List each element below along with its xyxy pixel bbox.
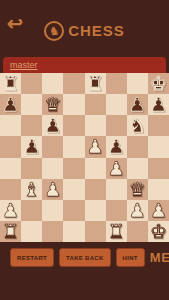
square-c5[interactable] bbox=[42, 136, 63, 157]
square-b4[interactable] bbox=[21, 158, 42, 179]
opponent-bar: master bbox=[3, 57, 166, 73]
piece-wP-e5[interactable]: ♟ bbox=[85, 136, 106, 157]
square-g5[interactable] bbox=[127, 136, 148, 157]
square-f5[interactable]: ♟ bbox=[106, 136, 127, 157]
square-e2[interactable] bbox=[85, 200, 106, 221]
square-a5[interactable] bbox=[0, 136, 21, 157]
square-g8[interactable] bbox=[127, 73, 148, 94]
square-h5[interactable] bbox=[148, 136, 169, 157]
square-c1[interactable] bbox=[42, 221, 63, 242]
square-g3[interactable]: ♛ bbox=[127, 179, 148, 200]
piece-bP-c6[interactable]: ♟ bbox=[42, 115, 63, 136]
square-c4[interactable] bbox=[42, 158, 63, 179]
square-e3[interactable] bbox=[85, 179, 106, 200]
square-h4[interactable] bbox=[148, 158, 169, 179]
square-h8[interactable]: ♚ bbox=[148, 73, 169, 94]
square-d7[interactable] bbox=[63, 94, 84, 115]
piece-wP-c3[interactable]: ♟ bbox=[42, 179, 63, 200]
square-c8[interactable] bbox=[42, 73, 63, 94]
square-a4[interactable] bbox=[0, 158, 21, 179]
square-f1[interactable]: ♜ bbox=[106, 221, 127, 242]
square-h2[interactable]: ♟ bbox=[148, 200, 169, 221]
piece-wB-b3[interactable]: ♝ bbox=[21, 179, 42, 200]
square-g4[interactable] bbox=[127, 158, 148, 179]
square-e5[interactable]: ♟ bbox=[85, 136, 106, 157]
square-g1[interactable] bbox=[127, 221, 148, 242]
piece-bN-g6[interactable]: ♞ bbox=[127, 115, 148, 136]
piece-wQ-g3[interactable]: ♛ bbox=[127, 179, 148, 200]
chess-board: ♜♜♚♟♛♟♟♟♞♟♟♟♟♝♟♛♟♟♟♜♜♚ bbox=[0, 73, 169, 242]
square-g7[interactable]: ♟ bbox=[127, 94, 148, 115]
square-d3[interactable] bbox=[63, 179, 84, 200]
square-f6[interactable] bbox=[106, 115, 127, 136]
piece-bP-f5[interactable]: ♟ bbox=[106, 136, 127, 157]
square-c2[interactable] bbox=[42, 200, 63, 221]
square-b2[interactable] bbox=[21, 200, 42, 221]
square-e4[interactable] bbox=[85, 158, 106, 179]
piece-wK-h1[interactable]: ♚ bbox=[148, 221, 169, 242]
square-e8[interactable]: ♜ bbox=[85, 73, 106, 94]
piece-bR-e8[interactable]: ♜ bbox=[85, 73, 106, 94]
square-g2[interactable]: ♟ bbox=[127, 200, 148, 221]
piece-wP-g2[interactable]: ♟ bbox=[127, 200, 148, 221]
square-a6[interactable] bbox=[0, 115, 21, 136]
square-e6[interactable] bbox=[85, 115, 106, 136]
square-a3[interactable] bbox=[0, 179, 21, 200]
opponent-name[interactable]: master bbox=[3, 60, 38, 70]
square-f4[interactable]: ♟ bbox=[106, 158, 127, 179]
square-a2[interactable]: ♟ bbox=[0, 200, 21, 221]
square-d5[interactable] bbox=[63, 136, 84, 157]
square-b7[interactable] bbox=[21, 94, 42, 115]
square-a8[interactable]: ♜ bbox=[0, 73, 21, 94]
piece-bK-h8[interactable]: ♚ bbox=[148, 73, 169, 94]
square-b8[interactable] bbox=[21, 73, 42, 94]
piece-wP-a2[interactable]: ♟ bbox=[0, 200, 21, 221]
square-b1[interactable] bbox=[21, 221, 42, 242]
square-d2[interactable] bbox=[63, 200, 84, 221]
piece-wQ-c7[interactable]: ♛ bbox=[42, 94, 63, 115]
piece-wP-f4[interactable]: ♟ bbox=[106, 158, 127, 179]
square-g6[interactable]: ♞ bbox=[127, 115, 148, 136]
square-f7[interactable] bbox=[106, 94, 127, 115]
app-header: ↩ ♞ CHESS bbox=[0, 0, 169, 57]
piece-wP-h2[interactable]: ♟ bbox=[148, 200, 169, 221]
square-f2[interactable] bbox=[106, 200, 127, 221]
square-h1[interactable]: ♚ bbox=[148, 221, 169, 242]
square-e7[interactable] bbox=[85, 94, 106, 115]
square-f8[interactable] bbox=[106, 73, 127, 94]
square-c7[interactable]: ♛ bbox=[42, 94, 63, 115]
square-b3[interactable]: ♝ bbox=[21, 179, 42, 200]
square-e1[interactable] bbox=[85, 221, 106, 242]
restart-button[interactable]: RESTART bbox=[10, 248, 54, 267]
square-f3[interactable] bbox=[106, 179, 127, 200]
knight-logo-icon: ♞ bbox=[44, 21, 64, 41]
square-d8[interactable] bbox=[63, 73, 84, 94]
piece-bR-a8[interactable]: ♜ bbox=[0, 73, 21, 94]
hint-button[interactable]: HINT bbox=[116, 248, 145, 267]
square-h3[interactable] bbox=[148, 179, 169, 200]
app-title: CHESS bbox=[68, 22, 125, 39]
square-b5[interactable]: ♟ bbox=[21, 136, 42, 157]
piece-bP-h7[interactable]: ♟ bbox=[148, 94, 169, 115]
back-arrow-icon[interactable]: ↩ bbox=[7, 14, 23, 33]
square-h6[interactable] bbox=[148, 115, 169, 136]
square-c3[interactable]: ♟ bbox=[42, 179, 63, 200]
footer-controls: RESTART TAKE BACK HINT MENU bbox=[0, 242, 169, 300]
square-c6[interactable]: ♟ bbox=[42, 115, 63, 136]
square-a7[interactable]: ♟ bbox=[0, 94, 21, 115]
menu-button[interactable]: MENU bbox=[150, 248, 169, 265]
piece-bP-g7[interactable]: ♟ bbox=[127, 94, 148, 115]
piece-bP-b5[interactable]: ♟ bbox=[21, 136, 42, 157]
piece-wR-a1[interactable]: ♜ bbox=[0, 221, 21, 242]
take-back-button[interactable]: TAKE BACK bbox=[59, 248, 111, 267]
square-b6[interactable] bbox=[21, 115, 42, 136]
square-d6[interactable] bbox=[63, 115, 84, 136]
square-a1[interactable]: ♜ bbox=[0, 221, 21, 242]
square-d4[interactable] bbox=[63, 158, 84, 179]
piece-wR-f1[interactable]: ♜ bbox=[106, 221, 127, 242]
app-logo: ♞ CHESS bbox=[44, 17, 125, 41]
piece-bP-a7[interactable]: ♟ bbox=[0, 94, 21, 115]
square-h7[interactable]: ♟ bbox=[148, 94, 169, 115]
square-d1[interactable] bbox=[63, 221, 84, 242]
